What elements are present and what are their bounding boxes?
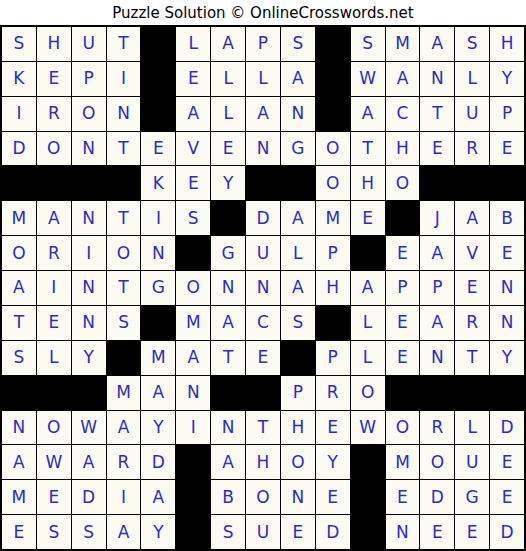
letter-cell: P <box>316 236 350 270</box>
letter-cell: T <box>351 132 385 166</box>
block-cell <box>246 166 280 200</box>
letter-cell: S <box>211 515 245 549</box>
letter-cell: A <box>455 201 489 235</box>
block-cell <box>107 166 141 200</box>
block-cell <box>176 445 210 479</box>
block-cell <box>316 27 350 61</box>
letter-cell: T <box>2 306 36 340</box>
letter-cell: C <box>386 97 420 131</box>
letter-cell: Y <box>490 341 524 375</box>
letter-cell: U <box>455 97 489 131</box>
letter-cell: L <box>281 236 315 270</box>
letter-cell: J <box>420 201 454 235</box>
letter-cell: L <box>246 62 280 96</box>
letter-cell: S <box>281 27 315 61</box>
letter-cell: S <box>2 341 36 375</box>
block-cell <box>316 62 350 96</box>
letter-cell: N <box>490 306 524 340</box>
letter-cell: E <box>490 236 524 270</box>
letter-cell: E <box>211 132 245 166</box>
letter-cell: N <box>176 376 210 410</box>
letter-cell: A <box>211 27 245 61</box>
letter-cell: M <box>386 27 420 61</box>
block-cell <box>176 236 210 270</box>
letter-cell: I <box>107 480 141 514</box>
letter-cell: H <box>386 132 420 166</box>
letter-cell: G <box>455 480 489 514</box>
letter-cell: R <box>455 132 489 166</box>
letter-cell: E <box>490 132 524 166</box>
letter-cell: H <box>281 411 315 445</box>
letter-cell: D <box>316 515 350 549</box>
letter-cell: R <box>37 236 71 270</box>
letter-cell: S <box>2 27 36 61</box>
letter-cell: K <box>141 166 175 200</box>
letter-cell: I <box>141 201 175 235</box>
letter-cell: P <box>386 271 420 305</box>
letter-cell: N <box>490 271 524 305</box>
letter-cell: O <box>37 132 71 166</box>
letter-cell: R <box>316 376 350 410</box>
letter-cell: I <box>176 411 210 445</box>
letter-cell: O <box>281 445 315 479</box>
letter-cell: Y <box>141 411 175 445</box>
letter-cell: M <box>2 201 36 235</box>
letter-cell: V <box>455 236 489 270</box>
letter-cell: O <box>351 376 385 410</box>
letter-cell: A <box>420 306 454 340</box>
block-cell <box>211 376 245 410</box>
letter-cell: E <box>176 166 210 200</box>
letter-cell: D <box>490 515 524 549</box>
block-cell <box>37 376 71 410</box>
letter-cell: N <box>281 97 315 131</box>
letter-cell: S <box>72 515 106 549</box>
letter-cell: E <box>316 480 350 514</box>
letter-cell: L <box>37 341 71 375</box>
block-cell <box>420 376 454 410</box>
letter-cell: N <box>72 271 106 305</box>
letter-cell: D <box>141 445 175 479</box>
letter-cell: V <box>176 132 210 166</box>
letter-cell: H <box>246 445 280 479</box>
letter-cell: O <box>37 411 71 445</box>
letter-cell: D <box>420 480 454 514</box>
letter-cell: N <box>141 236 175 270</box>
letter-cell: N <box>72 306 106 340</box>
letter-cell: E <box>176 62 210 96</box>
block-cell <box>316 97 350 131</box>
page-title: Puzzle Solution © OnlineCrosswords.net <box>0 0 526 25</box>
letter-cell: M <box>107 376 141 410</box>
block-cell <box>490 166 524 200</box>
letter-cell: N <box>211 271 245 305</box>
letter-cell: H <box>37 27 71 61</box>
letter-cell: N <box>246 271 280 305</box>
letter-cell: Y <box>72 341 106 375</box>
letter-cell: B <box>490 201 524 235</box>
letter-cell: E <box>37 306 71 340</box>
block-cell <box>386 201 420 235</box>
block-cell <box>420 166 454 200</box>
letter-cell: E <box>37 480 71 514</box>
letter-cell: O <box>2 236 36 270</box>
letter-cell: E <box>351 201 385 235</box>
letter-cell: W <box>37 445 71 479</box>
letter-cell: T <box>211 341 245 375</box>
letter-cell: Y <box>141 515 175 549</box>
letter-cell: N <box>211 411 245 445</box>
block-cell <box>2 376 36 410</box>
letter-cell: O <box>316 166 350 200</box>
letter-cell: O <box>316 132 350 166</box>
letter-cell: N <box>420 341 454 375</box>
letter-cell: C <box>246 306 280 340</box>
letter-cell: A <box>141 376 175 410</box>
letter-cell: L <box>351 341 385 375</box>
letter-cell: A <box>281 271 315 305</box>
letter-cell: L <box>211 62 245 96</box>
crossword-grid: SHUTLAPSSMASHKEPIELLAWANLYIRONALANACTUPD… <box>0 25 526 551</box>
letter-cell: U <box>246 236 280 270</box>
letter-cell: A <box>72 445 106 479</box>
letter-cell: O <box>386 166 420 200</box>
letter-cell: H <box>490 27 524 61</box>
block-cell <box>351 236 385 270</box>
letter-cell: G <box>281 132 315 166</box>
block-cell <box>351 480 385 514</box>
letter-cell: R <box>455 306 489 340</box>
letter-cell: Y <box>211 166 245 200</box>
letter-cell: E <box>420 132 454 166</box>
letter-cell: E <box>490 480 524 514</box>
letter-cell: N <box>2 411 36 445</box>
block-cell <box>351 515 385 549</box>
letter-cell: N <box>72 201 106 235</box>
puzzle-solution-page: Puzzle Solution © OnlineCrosswords.net S… <box>0 0 526 551</box>
block-cell <box>176 515 210 549</box>
letter-cell: S <box>176 201 210 235</box>
letter-cell: O <box>107 236 141 270</box>
letter-cell: E <box>37 62 71 96</box>
letter-cell: R <box>420 411 454 445</box>
letter-cell: N <box>420 62 454 96</box>
letter-cell: E <box>281 515 315 549</box>
block-cell <box>37 166 71 200</box>
letter-cell: O <box>420 445 454 479</box>
block-cell <box>176 480 210 514</box>
letter-cell: D <box>490 411 524 445</box>
block-cell <box>141 97 175 131</box>
letter-cell: P <box>316 341 350 375</box>
block-cell <box>281 166 315 200</box>
letter-cell: G <box>141 271 175 305</box>
letter-cell: L <box>455 62 489 96</box>
letter-cell: A <box>2 445 36 479</box>
letter-cell: O <box>246 480 280 514</box>
letter-cell: T <box>107 27 141 61</box>
block-cell <box>351 445 385 479</box>
letter-cell: A <box>281 201 315 235</box>
letter-cell: I <box>72 236 106 270</box>
letter-cell: E <box>490 445 524 479</box>
letter-cell: E <box>420 515 454 549</box>
letter-cell: D <box>72 480 106 514</box>
letter-cell: M <box>141 341 175 375</box>
letter-cell: H <box>316 271 350 305</box>
letter-cell: T <box>107 201 141 235</box>
letter-cell: P <box>420 271 454 305</box>
letter-cell: A <box>37 201 71 235</box>
letter-cell: A <box>211 445 245 479</box>
letter-cell: U <box>246 515 280 549</box>
letter-cell: P <box>246 27 280 61</box>
letter-cell: A <box>107 411 141 445</box>
block-cell <box>141 62 175 96</box>
letter-cell: R <box>37 97 71 131</box>
letter-cell: A <box>141 480 175 514</box>
letter-cell: I <box>107 62 141 96</box>
letter-cell: M <box>316 201 350 235</box>
block-cell <box>455 166 489 200</box>
block-cell <box>141 306 175 340</box>
letter-cell: W <box>72 411 106 445</box>
letter-cell: A <box>211 306 245 340</box>
letter-cell: B <box>211 480 245 514</box>
letter-cell: T <box>246 411 280 445</box>
letter-cell: A <box>176 341 210 375</box>
letter-cell: L <box>176 27 210 61</box>
letter-cell: S <box>281 306 315 340</box>
block-cell <box>246 376 280 410</box>
letter-cell: A <box>351 271 385 305</box>
letter-cell: P <box>72 62 106 96</box>
letter-cell: M <box>386 445 420 479</box>
letter-cell: E <box>2 515 36 549</box>
block-cell <box>2 166 36 200</box>
letter-cell: A <box>386 62 420 96</box>
letter-cell: E <box>141 132 175 166</box>
letter-cell: G <box>211 236 245 270</box>
letter-cell: T <box>420 97 454 131</box>
letter-cell: T <box>107 132 141 166</box>
letter-cell: Y <box>316 445 350 479</box>
letter-cell: A <box>281 62 315 96</box>
letter-cell: P <box>281 376 315 410</box>
letter-cell: P <box>490 97 524 131</box>
letter-cell: E <box>246 341 280 375</box>
letter-cell: N <box>281 480 315 514</box>
letter-cell: E <box>386 480 420 514</box>
letter-cell: H <box>351 166 385 200</box>
letter-cell: N <box>386 515 420 549</box>
letter-cell: N <box>72 132 106 166</box>
letter-cell: A <box>420 236 454 270</box>
letter-cell: S <box>351 27 385 61</box>
block-cell <box>316 306 350 340</box>
block-cell <box>386 376 420 410</box>
letter-cell: N <box>107 97 141 131</box>
letter-cell: L <box>455 411 489 445</box>
letter-cell: I <box>37 271 71 305</box>
letter-cell: W <box>351 411 385 445</box>
letter-cell: Y <box>490 62 524 96</box>
letter-cell: O <box>386 411 420 445</box>
block-cell <box>211 201 245 235</box>
letter-cell: A <box>2 271 36 305</box>
letter-cell: I <box>2 97 36 131</box>
block-cell <box>281 341 315 375</box>
letter-cell: D <box>246 201 280 235</box>
letter-cell: E <box>455 515 489 549</box>
letter-cell: E <box>386 236 420 270</box>
letter-cell: K <box>2 62 36 96</box>
letter-cell: T <box>107 271 141 305</box>
letter-cell: N <box>246 132 280 166</box>
letter-cell: E <box>455 271 489 305</box>
letter-cell: A <box>246 97 280 131</box>
letter-cell: S <box>107 306 141 340</box>
letter-cell: E <box>316 411 350 445</box>
block-cell <box>72 166 106 200</box>
letter-cell: S <box>37 515 71 549</box>
block-cell <box>72 376 106 410</box>
letter-cell: O <box>176 271 210 305</box>
letter-cell: E <box>386 306 420 340</box>
letter-cell: R <box>107 445 141 479</box>
block-cell <box>107 341 141 375</box>
letter-cell: E <box>386 341 420 375</box>
letter-cell: O <box>72 97 106 131</box>
letter-cell: M <box>176 306 210 340</box>
block-cell <box>455 376 489 410</box>
letter-cell: U <box>72 27 106 61</box>
letter-cell: L <box>351 306 385 340</box>
letter-cell: W <box>351 62 385 96</box>
letter-cell: A <box>351 97 385 131</box>
letter-cell: T <box>455 341 489 375</box>
letter-cell: D <box>2 132 36 166</box>
letter-cell: A <box>107 515 141 549</box>
block-cell <box>141 27 175 61</box>
block-cell <box>490 376 524 410</box>
letter-cell: A <box>176 97 210 131</box>
letter-cell: L <box>211 97 245 131</box>
letter-cell: S <box>455 27 489 61</box>
letter-cell: A <box>420 27 454 61</box>
letter-cell: M <box>2 480 36 514</box>
letter-cell: U <box>455 445 489 479</box>
